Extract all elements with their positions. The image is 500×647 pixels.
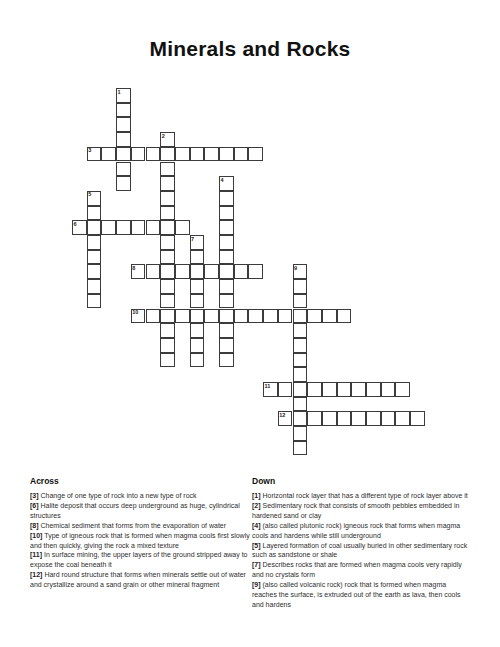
grid-cell[interactable] [293,411,308,426]
grid-cell[interactable] [160,162,175,177]
grid-cell[interactable] [160,338,175,353]
grid-cell[interactable] [160,309,175,324]
grid-cell[interactable] [278,411,293,426]
clue-item-text: Type of igneous rock that is formed when… [30,532,250,549]
grid-cell[interactable] [175,220,190,235]
grid-cell[interactable] [131,147,146,162]
clue-item-number: [1] [252,492,261,499]
grid-cell[interactable] [248,147,263,162]
clue-item: [12] Hard round structure that forms whe… [30,570,253,590]
grid-cell[interactable] [219,264,234,279]
clue-item-text: (also called volcanic rock) rock that is… [252,581,461,608]
grid-cell[interactable] [190,235,205,250]
grid-cell[interactable] [293,382,308,397]
grid-cell[interactable] [204,264,219,279]
grid-cell[interactable] [131,309,146,324]
grid-cell[interactable] [72,220,87,235]
clue-item: [6] Halite deposit that occurs deep unde… [30,501,253,521]
grid-cell[interactable] [234,147,249,162]
grid-cell[interactable] [278,309,293,324]
grid-cell[interactable] [293,338,308,353]
grid-cell[interactable] [87,264,102,279]
grid-cell[interactable] [190,250,205,265]
grid-cell[interactable] [190,264,205,279]
grid-cell[interactable] [190,338,205,353]
grid-cell[interactable] [190,294,205,309]
grid-cell[interactable] [116,147,131,162]
grid-cell[interactable] [293,294,308,309]
down-header: Down [252,476,472,486]
clue-item: [4] (also called plutonic rock) igneous … [252,521,472,541]
grid-cell[interactable] [293,367,308,382]
clue-item-number: [6] [30,502,39,509]
clue-item-text: Describes rocks that are formed when mag… [252,561,462,578]
grid-cell[interactable] [395,382,410,397]
grid-cell[interactable] [307,411,322,426]
grid-cell[interactable] [160,191,175,206]
clue-item: [7] Describes rocks that are formed when… [252,560,472,580]
grid-cell[interactable] [263,382,278,397]
grid-cell[interactable] [351,411,366,426]
grid-cell[interactable] [146,147,161,162]
clue-item-number: [2] [252,502,261,509]
grid-cell[interactable] [307,309,322,324]
clue-item-text: (also called plutonic rock) igneous rock… [252,522,460,539]
grid-cell[interactable] [131,264,146,279]
clue-item: [9] (also called volcanic rock) rock tha… [252,580,472,610]
grid-cell[interactable] [337,309,352,324]
grid-cell[interactable] [293,264,308,279]
grid-cell[interactable] [337,411,352,426]
grid-cell[interactable] [219,323,234,338]
grid-cell[interactable] [219,220,234,235]
clue-item: [5] Layered formation of coal usually bu… [252,541,472,561]
down-clue-list: [1] Horizontal rock layer that has a dif… [252,491,472,610]
grid-cell[interactable] [160,147,175,162]
grid-cell[interactable] [219,147,234,162]
clue-item: [1] Horizontal rock layer that has a dif… [252,491,472,501]
clue-item-text: Sedimentary rock that consists of smooth… [252,502,459,519]
puzzle-title: Minerals and Rocks [0,37,500,61]
crossword-grid: 123456789101112 [72,88,426,457]
grid-cell[interactable] [160,264,175,279]
grid-cell[interactable] [248,264,263,279]
grid-cell[interactable] [204,309,219,324]
grid-cell[interactable] [87,147,102,162]
grid-cell[interactable] [219,206,234,221]
clue-item-text: Horizontal rock layer that has a differe… [261,492,468,499]
across-clue-list: [3] Change of one type of rock into a ne… [30,491,253,590]
grid-cell[interactable] [234,264,249,279]
grid-cell[interactable] [160,250,175,265]
grid-cell[interactable] [381,411,396,426]
grid-cell[interactable] [219,279,234,294]
across-header: Across [30,476,253,486]
grid-cell[interactable] [146,264,161,279]
clue-item: [10] Type of igneous rock that is formed… [30,531,253,551]
clue-item-number: [12] [30,571,42,578]
grid-cell[interactable] [160,279,175,294]
grid-cell[interactable] [190,323,205,338]
grid-cell[interactable] [190,309,205,324]
grid-cell[interactable] [395,411,410,426]
grid-cell[interactable] [87,206,102,221]
grid-cell[interactable] [116,88,131,103]
grid-cell[interactable] [116,117,131,132]
clue-item-number: [5] [252,542,261,549]
grid-cell[interactable] [160,132,175,147]
grid-cell[interactable] [293,309,308,324]
grid-cell[interactable] [410,411,425,426]
clue-item-text: Change of one type of rock into a new ty… [39,492,197,499]
across-clues: Across [3] Change of one type of rock in… [30,476,253,590]
grid-cell[interactable] [219,250,234,265]
grid-cell[interactable] [219,191,234,206]
grid-cell[interactable] [263,309,278,324]
grid-cell[interactable] [87,220,102,235]
grid-cell[interactable] [293,279,308,294]
grid-cell[interactable] [160,206,175,221]
grid-cell[interactable] [160,353,175,368]
grid-cell[interactable] [293,353,308,368]
grid-cell[interactable] [204,147,219,162]
clue-item-number: [3] [30,492,39,499]
grid-cell[interactable] [219,309,234,324]
grid-cell[interactable] [116,132,131,147]
grid-cell[interactable] [101,147,116,162]
clue-item: [2] Sedimentary rock that consists of sm… [252,501,472,521]
grid-cell[interactable] [219,338,234,353]
grid-cell[interactable] [160,323,175,338]
grid-cell[interactable] [219,294,234,309]
clue-item-number: [7] [252,561,261,568]
grid-cell[interactable] [219,176,234,191]
grid-cell[interactable] [146,220,161,235]
clue-item-number: [11] [30,551,42,558]
grid-cell[interactable] [322,309,337,324]
grid-cell[interactable] [248,309,263,324]
grid-cell[interactable] [101,220,116,235]
grid-cell[interactable] [175,264,190,279]
grid-cell[interactable] [87,294,102,309]
clue-item-text: Chemical sediment that forms from the ev… [39,522,227,529]
grid-cell[interactable] [175,147,190,162]
grid-cell[interactable] [293,426,308,441]
grid-cell[interactable] [219,353,234,368]
clue-item: [11] In surface mining, the upper layers… [30,550,253,570]
grid-cell[interactable] [175,309,190,324]
grid-cell[interactable] [87,250,102,265]
clue-item-number: [8] [30,522,39,529]
clue-item-text: Hard round structure that forms when min… [30,571,246,588]
grid-cell[interactable] [190,147,205,162]
grid-cell[interactable] [322,411,337,426]
clue-item: [8] Chemical sediment that forms from th… [30,521,253,531]
grid-cell[interactable] [366,382,381,397]
grid-cell[interactable] [131,220,146,235]
clue-item-number: [10] [30,532,42,539]
crossword-page: { "title": "Minerals and Rocks", "game":… [0,0,500,647]
grid-cell[interactable] [116,220,131,235]
clue-item-text: In surface mining, the upper layers of t… [30,551,248,568]
grid-cell[interactable] [87,279,102,294]
grid-cell[interactable] [87,191,102,206]
clue-item-text: Layered formation of coal usually buried… [252,542,467,559]
grid-cell[interactable] [219,235,234,250]
grid-cell[interactable] [160,220,175,235]
grid-cell[interactable] [293,397,308,412]
clue-item-text: Halite deposit that occurs deep undergro… [30,502,240,519]
grid-cell[interactable] [190,279,205,294]
grid-cell[interactable] [293,441,308,456]
grid-cell[interactable] [160,294,175,309]
grid-cell[interactable] [116,176,131,191]
grid-cell[interactable] [381,382,396,397]
grid-cell[interactable] [234,309,249,324]
grid-cell[interactable] [293,323,308,338]
grid-cell[interactable] [307,382,322,397]
grid-cell[interactable] [322,382,337,397]
grid-cell[interactable] [190,353,205,368]
grid-cell[interactable] [116,103,131,118]
grid-cell[interactable] [160,176,175,191]
grid-cell[interactable] [366,411,381,426]
grid-cell[interactable] [160,235,175,250]
grid-cell[interactable] [146,309,161,324]
clue-item-number: [9] [252,581,261,588]
grid-cell[interactable] [116,162,131,177]
clue-item-number: [4] [252,522,261,529]
clue-item: [3] Change of one type of rock into a ne… [30,491,253,501]
grid-cell[interactable] [87,235,102,250]
down-clues: Down [1] Horizontal rock layer that has … [252,476,472,610]
grid-cell[interactable] [278,382,293,397]
grid-cell[interactable] [351,382,366,397]
grid-cell[interactable] [337,382,352,397]
